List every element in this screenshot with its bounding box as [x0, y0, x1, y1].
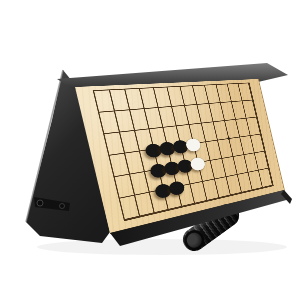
front-frame-layer	[0, 0, 300, 300]
bottom-frame-edge	[110, 190, 290, 246]
product-photo: ●●●●●●●●●●	[0, 0, 300, 300]
